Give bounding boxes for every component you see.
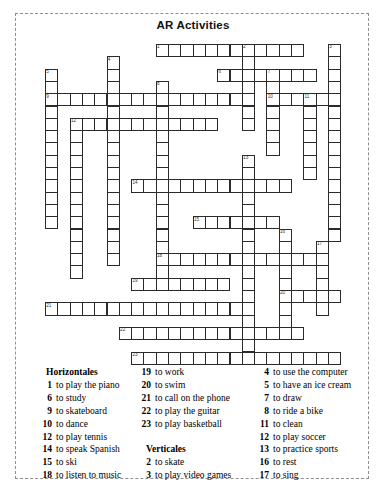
clue-number: 6: [16, 392, 52, 405]
grid-cell[interactable]: [316, 302, 329, 315]
grid-cell[interactable]: [143, 118, 156, 131]
grid-cell[interactable]: [156, 155, 169, 168]
grid-cell[interactable]: [242, 315, 255, 328]
grid-cell[interactable]: [193, 327, 206, 340]
grid-cell[interactable]: [230, 327, 243, 340]
grid-cell[interactable]: 3: [328, 44, 341, 57]
grid-cell[interactable]: [316, 278, 329, 291]
grid-cell[interactable]: [230, 69, 243, 82]
grid-cell[interactable]: [217, 216, 230, 229]
grid-cell[interactable]: [242, 192, 255, 205]
grid-cell[interactable]: [279, 315, 292, 328]
grid-cell[interactable]: [316, 93, 329, 106]
clue-section-header: Verticales: [115, 443, 231, 456]
grid-cell[interactable]: [156, 204, 169, 217]
grid-cell[interactable]: [156, 352, 169, 365]
grid-cell[interactable]: [303, 290, 316, 303]
grid-cell[interactable]: [107, 241, 120, 254]
clue-text: to ride a bike: [273, 405, 323, 418]
grid-cell[interactable]: [279, 44, 292, 57]
grid-cell[interactable]: [70, 265, 83, 278]
grid-cell[interactable]: 15: [193, 216, 206, 229]
grid-cell[interactable]: [303, 253, 316, 266]
grid-cell[interactable]: 23: [131, 352, 144, 365]
clue-item: 16to rest: [233, 456, 351, 469]
grid-cell[interactable]: [180, 118, 193, 131]
grid-cell[interactable]: [70, 302, 83, 315]
clue-number: 10: [16, 418, 52, 431]
grid-cell[interactable]: [70, 229, 83, 242]
clue-item: 22to play the guitar: [115, 405, 231, 418]
grid-cell[interactable]: [180, 327, 193, 340]
clue-item: 10to dance: [16, 418, 121, 431]
grid-cell[interactable]: [94, 118, 107, 131]
grid-cell[interactable]: 5: [45, 69, 58, 82]
grid-cell[interactable]: [193, 93, 206, 106]
grid-cell[interactable]: [156, 179, 169, 192]
clue-number: 17: [233, 469, 269, 482]
grid-cell[interactable]: [303, 167, 316, 180]
grid-cell[interactable]: [205, 118, 218, 131]
grid-cell[interactable]: 21: [45, 302, 58, 315]
grid-cell[interactable]: [254, 253, 267, 266]
clue-column: 19to work20to swim21to call on the phone…: [115, 366, 231, 482]
grid-cell[interactable]: [70, 130, 83, 143]
grid-cell[interactable]: [156, 130, 169, 143]
grid-cell[interactable]: [217, 44, 230, 57]
grid-cell[interactable]: [328, 290, 341, 303]
grid-cell[interactable]: [180, 44, 193, 57]
clue-text: to dance: [56, 418, 88, 431]
grid-cell[interactable]: [131, 118, 144, 131]
grid-cell[interactable]: [303, 352, 316, 365]
grid-cell[interactable]: [279, 253, 292, 266]
grid-cell[interactable]: [131, 327, 144, 340]
grid-cell[interactable]: [70, 167, 83, 180]
grid-cell[interactable]: [205, 179, 218, 192]
grid-cell[interactable]: 9: [45, 93, 58, 106]
grid-cell[interactable]: [328, 229, 341, 242]
grid-cell[interactable]: [70, 253, 83, 266]
clue-item: 13to practice sports: [233, 443, 351, 456]
grid-cell[interactable]: [254, 352, 267, 365]
grid-cell[interactable]: [230, 44, 243, 57]
grid-cell[interactable]: [180, 179, 193, 192]
clue-column: 4to use the computer5to have an ice crea…: [233, 366, 351, 482]
grid-cell[interactable]: [205, 352, 218, 365]
grid-cell[interactable]: [291, 352, 304, 365]
grid-cell[interactable]: [143, 352, 156, 365]
grid-cell[interactable]: [205, 278, 218, 291]
grid-cell[interactable]: [107, 93, 120, 106]
grid-cell[interactable]: [205, 44, 218, 57]
grid-cell[interactable]: [107, 142, 120, 155]
grid-cell[interactable]: [254, 179, 267, 192]
grid-cell[interactable]: [45, 179, 58, 192]
grid-cell[interactable]: [156, 106, 169, 119]
grid-cell[interactable]: [107, 192, 120, 205]
grid-cell[interactable]: [107, 81, 120, 94]
grid-cell[interactable]: [279, 327, 292, 340]
grid-cell[interactable]: [279, 302, 292, 315]
grid-cell[interactable]: [205, 327, 218, 340]
grid-cell[interactable]: [242, 167, 255, 180]
grid-cell[interactable]: [45, 142, 58, 155]
grid-cell[interactable]: [291, 290, 304, 303]
grid-cell[interactable]: [168, 253, 181, 266]
grid-cell[interactable]: [193, 44, 206, 57]
grid-cell[interactable]: [107, 302, 120, 315]
grid-cell[interactable]: [193, 253, 206, 266]
grid-cell[interactable]: [328, 167, 341, 180]
grid-cell[interactable]: [70, 142, 83, 155]
grid-cell[interactable]: 2: [242, 44, 255, 57]
cell-number-label: 5: [46, 69, 49, 74]
grid-cell[interactable]: 22: [119, 327, 132, 340]
grid-cell[interactable]: [328, 130, 341, 143]
grid-cell[interactable]: [242, 118, 255, 131]
grid-cell[interactable]: [316, 265, 329, 278]
grid-cell[interactable]: 16: [279, 229, 292, 242]
grid-cell[interactable]: [217, 179, 230, 192]
grid-cell[interactable]: [45, 155, 58, 168]
grid-cell[interactable]: [328, 118, 341, 131]
grid-cell[interactable]: [242, 56, 255, 69]
grid-cell[interactable]: [230, 93, 243, 106]
clue-number: 12: [233, 431, 269, 444]
grid-cell[interactable]: [180, 253, 193, 266]
grid-cell[interactable]: [242, 106, 255, 119]
grid-cell[interactable]: [107, 167, 120, 180]
grid-cell[interactable]: [303, 69, 316, 82]
grid-cell[interactable]: [45, 118, 58, 131]
grid-cell[interactable]: [242, 204, 255, 217]
grid-cell[interactable]: [328, 179, 341, 192]
clue-item: 21to call on the phone: [115, 392, 231, 405]
grid-cell[interactable]: [156, 142, 169, 155]
grid-cell[interactable]: [45, 130, 58, 143]
grid-cell[interactable]: [168, 179, 181, 192]
grid-cell[interactable]: [156, 192, 169, 205]
grid-cell[interactable]: [279, 179, 292, 192]
grid-cell[interactable]: [266, 352, 279, 365]
grid-cell[interactable]: [328, 204, 341, 217]
grid-cell[interactable]: [143, 302, 156, 315]
grid-cell[interactable]: [242, 339, 255, 352]
grid-cell[interactable]: [180, 302, 193, 315]
grid-cell[interactable]: [143, 327, 156, 340]
grid-cell[interactable]: [205, 216, 218, 229]
grid-cell[interactable]: [193, 302, 206, 315]
grid-cell[interactable]: [303, 106, 316, 119]
clue-section-header: Horizontales: [16, 366, 121, 379]
grid-cell[interactable]: [168, 44, 181, 57]
grid-cell[interactable]: [107, 130, 120, 143]
cell-number-label: 17: [317, 241, 322, 246]
grid-cell[interactable]: [303, 155, 316, 168]
grid-cell[interactable]: [82, 118, 95, 131]
grid-cell[interactable]: [107, 204, 120, 217]
grid-cell[interactable]: [328, 81, 341, 94]
grid-cell[interactable]: [254, 327, 267, 340]
grid-cell[interactable]: [107, 229, 120, 242]
grid-cell[interactable]: [217, 302, 230, 315]
grid-cell[interactable]: [217, 278, 230, 291]
grid-cell[interactable]: [45, 216, 58, 229]
grid-cell[interactable]: [70, 93, 83, 106]
grid-cell[interactable]: [156, 167, 169, 180]
grid-cell[interactable]: [230, 179, 243, 192]
grid-cell[interactable]: [180, 278, 193, 291]
grid-cell[interactable]: [107, 118, 120, 131]
grid-cell[interactable]: [328, 155, 341, 168]
grid-cell[interactable]: [168, 352, 181, 365]
grid-cell[interactable]: [168, 93, 181, 106]
grid-cell[interactable]: [107, 106, 120, 119]
grid-cell[interactable]: [328, 142, 341, 155]
grid-cell[interactable]: [143, 179, 156, 192]
grid-cell[interactable]: [217, 253, 230, 266]
grid-cell[interactable]: [45, 192, 58, 205]
clue-item: 18to listen to music: [16, 469, 121, 482]
grid-cell[interactable]: [45, 167, 58, 180]
clue-number: 4: [233, 366, 269, 379]
grid-cell[interactable]: [242, 241, 255, 254]
grid-cell[interactable]: [156, 216, 169, 229]
grid-cell[interactable]: [266, 118, 279, 131]
grid-cell[interactable]: [242, 327, 255, 340]
grid-cell[interactable]: [303, 118, 316, 131]
clue-number: 23: [115, 418, 151, 431]
grid-cell[interactable]: 12: [70, 118, 83, 131]
clue-item: 15to ski: [16, 456, 121, 469]
grid-cell[interactable]: [291, 44, 304, 57]
grid-cell[interactable]: [156, 278, 169, 291]
grid-cell[interactable]: [242, 229, 255, 242]
grid-cell[interactable]: 10: [266, 93, 279, 106]
grid-cell[interactable]: [316, 352, 329, 365]
grid-cell[interactable]: [143, 93, 156, 106]
grid-cell[interactable]: [328, 216, 341, 229]
grid-cell[interactable]: 19: [131, 278, 144, 291]
grid-cell[interactable]: 18: [156, 253, 169, 266]
grid-cell[interactable]: [205, 253, 218, 266]
cell-number-label: 18: [157, 253, 162, 258]
grid-cell[interactable]: [82, 93, 95, 106]
grid-cell[interactable]: [279, 69, 292, 82]
grid-cell[interactable]: [279, 241, 292, 254]
grid-cell[interactable]: [193, 179, 206, 192]
grid-cell[interactable]: [45, 204, 58, 217]
grid-cell[interactable]: [70, 216, 83, 229]
grid-cell[interactable]: 13: [242, 155, 255, 168]
grid-cell[interactable]: [242, 69, 255, 82]
grid-cell[interactable]: [131, 302, 144, 315]
grid-cell[interactable]: [70, 155, 83, 168]
grid-cell[interactable]: [279, 93, 292, 106]
grid-cell[interactable]: [242, 93, 255, 106]
grid-cell[interactable]: [217, 93, 230, 106]
cell-number-label: 20: [280, 290, 285, 295]
grid-cell[interactable]: [156, 265, 169, 278]
grid-cell[interactable]: [291, 93, 304, 106]
grid-cell[interactable]: [156, 327, 169, 340]
grid-cell[interactable]: [328, 106, 341, 119]
grid-cell[interactable]: [303, 142, 316, 155]
cell-number-label: 12: [71, 118, 76, 123]
grid-cell[interactable]: [193, 278, 206, 291]
grid-cell[interactable]: [70, 204, 83, 217]
grid-cell[interactable]: [45, 106, 58, 119]
clue-item: 14to speak Spanish: [16, 443, 121, 456]
grid-cell[interactable]: 20: [279, 290, 292, 303]
grid-cell[interactable]: [266, 106, 279, 119]
grid-cell[interactable]: 7: [266, 69, 279, 82]
grid-cell[interactable]: [230, 302, 243, 315]
grid-cell[interactable]: [180, 93, 193, 106]
grid-cell[interactable]: [254, 44, 267, 57]
clue-item: 6to study: [16, 392, 121, 405]
clue-item: 23to play basketball: [115, 418, 231, 431]
puzzle-title: AR Activities: [0, 19, 386, 31]
grid-cell[interactable]: [45, 81, 58, 94]
grid-cell[interactable]: [156, 93, 169, 106]
grid-cell[interactable]: [57, 93, 70, 106]
grid-cell[interactable]: 14: [131, 179, 144, 192]
grid-cell[interactable]: [266, 253, 279, 266]
grid-cell[interactable]: [156, 118, 169, 131]
grid-cell[interactable]: [156, 229, 169, 242]
grid-cell[interactable]: [193, 352, 206, 365]
grid-cell[interactable]: [168, 118, 181, 131]
clue-text: to sing: [273, 469, 299, 482]
grid-cell[interactable]: [168, 278, 181, 291]
grid-cell[interactable]: [242, 179, 255, 192]
grid-cell[interactable]: [168, 302, 181, 315]
grid-cell[interactable]: [230, 216, 243, 229]
grid-cell[interactable]: [57, 302, 70, 315]
clue-item: 2to skate: [115, 456, 231, 469]
grid-cell[interactable]: [119, 302, 132, 315]
grid-cell[interactable]: [266, 142, 279, 155]
grid-cell[interactable]: [94, 93, 107, 106]
grid-cell[interactable]: [217, 327, 230, 340]
grid-cell[interactable]: [242, 253, 255, 266]
grid-cell[interactable]: [230, 352, 243, 365]
clue-spacer: [115, 431, 231, 444]
grid-cell[interactable]: [328, 192, 341, 205]
grid-cell[interactable]: [266, 81, 279, 94]
grid-cell[interactable]: [328, 93, 341, 106]
clue-text: to play soccer: [273, 431, 326, 444]
grid-cell[interactable]: 17: [316, 241, 329, 254]
clue-number: 11: [233, 418, 269, 431]
clue-number: 5: [233, 379, 269, 392]
grid-cell[interactable]: [266, 130, 279, 143]
grid-cell[interactable]: [266, 179, 279, 192]
grid-cell[interactable]: [205, 93, 218, 106]
grid-cell[interactable]: [254, 216, 267, 229]
grid-cell[interactable]: [303, 130, 316, 143]
grid-cell[interactable]: [242, 265, 255, 278]
grid-cell[interactable]: [131, 93, 144, 106]
grid-cell[interactable]: [254, 69, 267, 82]
grid-cell[interactable]: [242, 81, 255, 94]
grid-cell[interactable]: [82, 302, 95, 315]
grid-cell[interactable]: [107, 155, 120, 168]
clue-number: 16: [233, 456, 269, 469]
grid-cell[interactable]: [266, 216, 279, 229]
grid-cell[interactable]: [242, 290, 255, 303]
grid-cell[interactable]: [107, 179, 120, 192]
grid-cell[interactable]: [266, 44, 279, 57]
clue-text: to call on the phone: [155, 392, 230, 405]
grid-cell[interactable]: [107, 69, 120, 82]
grid-cell[interactable]: [279, 265, 292, 278]
grid-cell[interactable]: [107, 216, 120, 229]
grid-cell[interactable]: [316, 253, 329, 266]
grid-cell[interactable]: [242, 278, 255, 291]
grid-cell[interactable]: [328, 352, 341, 365]
clue-item: 20to swim: [115, 379, 231, 392]
clue-text: to ski: [56, 456, 77, 469]
grid-cell[interactable]: [156, 302, 169, 315]
grid-cell[interactable]: [242, 352, 255, 365]
clue-text: to use the computer: [273, 366, 348, 379]
grid-cell[interactable]: [119, 118, 132, 131]
grid-cell[interactable]: [291, 69, 304, 82]
grid-cell[interactable]: [328, 56, 341, 69]
grid-cell[interactable]: [156, 241, 169, 254]
grid-cell[interactable]: [70, 241, 83, 254]
grid-cell[interactable]: [143, 278, 156, 291]
clue-text: to skate: [155, 456, 184, 469]
grid-cell[interactable]: [230, 253, 243, 266]
grid-cell[interactable]: [94, 302, 107, 315]
cell-number-label: 2: [243, 44, 246, 49]
grid-cell[interactable]: [193, 118, 206, 131]
grid-cell[interactable]: [180, 352, 193, 365]
grid-cell[interactable]: [316, 290, 329, 303]
grid-cell[interactable]: [279, 352, 292, 365]
grid-cell[interactable]: [266, 327, 279, 340]
grid-cell[interactable]: [279, 278, 292, 291]
clue-text: to study: [56, 392, 86, 405]
clue-number: 13: [233, 443, 269, 456]
grid-cell[interactable]: [291, 327, 304, 340]
grid-cell[interactable]: [242, 302, 255, 315]
grid-cell[interactable]: [217, 352, 230, 365]
grid-cell[interactable]: [107, 253, 120, 266]
grid-cell[interactable]: 8: [156, 81, 169, 94]
grid-cell[interactable]: [70, 192, 83, 205]
grid-cell[interactable]: [119, 93, 132, 106]
grid-cell[interactable]: [328, 69, 341, 82]
grid-cell[interactable]: [205, 302, 218, 315]
grid-cell[interactable]: 11: [303, 93, 316, 106]
clue-number: 12: [16, 431, 52, 444]
grid-cell[interactable]: [242, 216, 255, 229]
cell-number-label: 7: [268, 69, 271, 74]
grid-cell[interactable]: [291, 253, 304, 266]
grid-cell[interactable]: [70, 179, 83, 192]
grid-cell[interactable]: 6: [217, 69, 230, 82]
grid-cell[interactable]: 1: [156, 44, 169, 57]
cell-number-label: 23: [132, 352, 137, 357]
grid-cell[interactable]: 4: [107, 56, 120, 69]
clue-text: to play the piano: [56, 379, 120, 392]
grid-cell[interactable]: [168, 327, 181, 340]
